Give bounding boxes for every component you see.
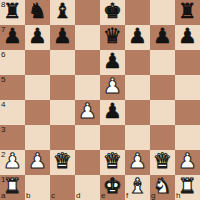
piece-white-pawn[interactable]: ♟ xyxy=(78,99,97,124)
rank-label-3: 3 xyxy=(1,126,5,134)
piece-black-rook[interactable]: ♜ xyxy=(178,0,197,24)
piece-black-king[interactable]: ♚ xyxy=(103,0,122,24)
square-e8[interactable]: ♚ xyxy=(100,0,125,25)
piece-black-pawn[interactable]: ♟ xyxy=(103,99,122,124)
square-e4[interactable]: ♟ xyxy=(100,100,125,125)
piece-black-pawn[interactable]: ♟ xyxy=(3,24,22,49)
square-f3[interactable] xyxy=(125,125,150,150)
piece-black-knight[interactable]: ♞ xyxy=(28,0,47,24)
piece-black-pawn[interactable]: ♟ xyxy=(178,24,197,49)
square-c7[interactable]: ♟ xyxy=(50,25,75,50)
rank-label-4: 4 xyxy=(1,101,5,109)
piece-white-queen[interactable]: ♛ xyxy=(153,149,172,174)
chess-board: 8♜♞♝♚♜7♟♟♟♛♟♟♟6♟5♟4♟♟32♟♟♛♛♟♛♟1a♜bcde♚f♝… xyxy=(0,0,200,200)
piece-black-pawn[interactable]: ♟ xyxy=(128,24,147,49)
square-f5[interactable] xyxy=(125,75,150,100)
square-h3[interactable] xyxy=(175,125,200,150)
piece-white-king[interactable]: ♚ xyxy=(103,174,122,199)
square-c1[interactable]: c xyxy=(50,175,75,200)
square-g7[interactable]: ♟ xyxy=(150,25,175,50)
square-b8[interactable]: ♞ xyxy=(25,0,50,25)
piece-black-pawn[interactable]: ♟ xyxy=(153,24,172,49)
piece-white-knight[interactable]: ♞ xyxy=(153,174,172,199)
square-f7[interactable]: ♟ xyxy=(125,25,150,50)
piece-black-pawn[interactable]: ♟ xyxy=(28,24,47,49)
square-e6[interactable]: ♟ xyxy=(100,50,125,75)
piece-white-bishop[interactable]: ♝ xyxy=(128,174,147,199)
square-c2[interactable]: ♛ xyxy=(50,150,75,175)
square-e5[interactable]: ♟ xyxy=(100,75,125,100)
piece-black-queen[interactable]: ♛ xyxy=(103,24,122,49)
square-g3[interactable] xyxy=(150,125,175,150)
piece-white-pawn[interactable]: ♟ xyxy=(128,149,147,174)
square-d4[interactable]: ♟ xyxy=(75,100,100,125)
square-e2[interactable]: ♛ xyxy=(100,150,125,175)
square-h6[interactable] xyxy=(175,50,200,75)
square-b1[interactable]: b xyxy=(25,175,50,200)
rank-label-6: 6 xyxy=(1,51,5,59)
square-e1[interactable]: e♚ xyxy=(100,175,125,200)
square-d2[interactable] xyxy=(75,150,100,175)
square-c6[interactable] xyxy=(50,50,75,75)
square-a4[interactable]: 4 xyxy=(0,100,25,125)
piece-white-rook[interactable]: ♜ xyxy=(3,174,22,199)
square-g5[interactable] xyxy=(150,75,175,100)
square-a6[interactable]: 6 xyxy=(0,50,25,75)
piece-white-pawn[interactable]: ♟ xyxy=(103,74,122,99)
square-c8[interactable]: ♝ xyxy=(50,0,75,25)
square-d8[interactable] xyxy=(75,0,100,25)
square-a5[interactable]: 5 xyxy=(0,75,25,100)
square-a3[interactable]: 3 xyxy=(0,125,25,150)
piece-white-pawn[interactable]: ♟ xyxy=(28,149,47,174)
rank-label-5: 5 xyxy=(1,76,5,84)
file-label-d: d xyxy=(76,192,80,200)
square-c3[interactable] xyxy=(50,125,75,150)
square-h8[interactable]: ♜ xyxy=(175,0,200,25)
square-e3[interactable] xyxy=(100,125,125,150)
square-b3[interactable] xyxy=(25,125,50,150)
file-label-c: c xyxy=(51,192,55,200)
square-f8[interactable] xyxy=(125,0,150,25)
square-g6[interactable] xyxy=(150,50,175,75)
square-h4[interactable] xyxy=(175,100,200,125)
file-label-b: b xyxy=(26,192,30,200)
piece-black-rook[interactable]: ♜ xyxy=(3,0,22,24)
square-b6[interactable] xyxy=(25,50,50,75)
square-a7[interactable]: 7♟ xyxy=(0,25,25,50)
square-h7[interactable]: ♟ xyxy=(175,25,200,50)
square-f6[interactable] xyxy=(125,50,150,75)
square-d1[interactable]: d xyxy=(75,175,100,200)
square-c5[interactable] xyxy=(50,75,75,100)
square-g8[interactable] xyxy=(150,0,175,25)
square-a8[interactable]: 8♜ xyxy=(0,0,25,25)
square-f2[interactable]: ♟ xyxy=(125,150,150,175)
piece-black-pawn[interactable]: ♟ xyxy=(53,24,72,49)
square-b2[interactable]: ♟ xyxy=(25,150,50,175)
square-h2[interactable]: ♟ xyxy=(175,150,200,175)
square-a2[interactable]: 2♟ xyxy=(0,150,25,175)
square-a1[interactable]: 1a♜ xyxy=(0,175,25,200)
square-e7[interactable]: ♛ xyxy=(100,25,125,50)
piece-black-pawn[interactable]: ♟ xyxy=(103,49,122,74)
piece-white-queen[interactable]: ♛ xyxy=(103,149,122,174)
square-d6[interactable] xyxy=(75,50,100,75)
square-f1[interactable]: f♝ xyxy=(125,175,150,200)
piece-white-rook[interactable]: ♜ xyxy=(178,174,197,199)
square-b7[interactable]: ♟ xyxy=(25,25,50,50)
piece-white-queen[interactable]: ♛ xyxy=(53,149,72,174)
square-g2[interactable]: ♛ xyxy=(150,150,175,175)
square-h1[interactable]: h♜ xyxy=(175,175,200,200)
piece-white-pawn[interactable]: ♟ xyxy=(3,149,22,174)
piece-black-bishop[interactable]: ♝ xyxy=(53,0,72,24)
square-b5[interactable] xyxy=(25,75,50,100)
square-d5[interactable] xyxy=(75,75,100,100)
piece-white-pawn[interactable]: ♟ xyxy=(178,149,197,174)
square-g1[interactable]: g♞ xyxy=(150,175,175,200)
square-d3[interactable] xyxy=(75,125,100,150)
square-c4[interactable] xyxy=(50,100,75,125)
square-g4[interactable] xyxy=(150,100,175,125)
square-b4[interactable] xyxy=(25,100,50,125)
square-f4[interactable] xyxy=(125,100,150,125)
square-d7[interactable] xyxy=(75,25,100,50)
square-h5[interactable] xyxy=(175,75,200,100)
